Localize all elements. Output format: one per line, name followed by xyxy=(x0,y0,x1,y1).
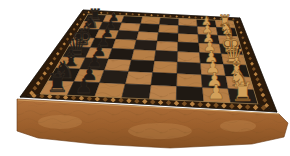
square-a5 xyxy=(122,84,151,99)
square-e3 xyxy=(178,42,200,53)
piece-white-rook-a1: ♜ xyxy=(231,77,254,107)
chess-board: ♜♟♟♜♞♟♟♞♝♟♟♝♚♟♟♚♛♟♟♛♝♟♟♝♞♟♟♞♜♟♟♜ xyxy=(0,0,290,156)
square-g5 xyxy=(139,24,160,33)
square-map-print-f3 xyxy=(178,33,199,43)
square-map-print-b5 xyxy=(125,71,152,85)
square-c3 xyxy=(177,62,201,75)
square-map-print-f5 xyxy=(136,32,158,42)
square-map-print-b3 xyxy=(177,74,203,88)
piece-white-pawn-a2: ♟ xyxy=(207,80,225,104)
square-map-print-h3 xyxy=(178,18,197,26)
piece-black-rook-a8: ♜ xyxy=(46,68,69,98)
square-d6 xyxy=(108,49,134,60)
square-map-print-c4 xyxy=(153,61,178,74)
square-h6 xyxy=(122,16,143,24)
square-map-print-e6 xyxy=(112,39,136,49)
square-f4 xyxy=(157,33,178,43)
square-b4 xyxy=(151,73,177,87)
square-map-print-g6 xyxy=(119,23,141,32)
square-map-print-a6 xyxy=(95,83,126,98)
piece-black-pawn-a7: ♟ xyxy=(75,74,93,98)
square-h4 xyxy=(160,18,179,26)
square-map-print-e4 xyxy=(156,41,178,52)
square-map-print-d5 xyxy=(131,50,155,62)
square-c5 xyxy=(129,60,155,73)
square-g3 xyxy=(178,26,198,35)
square-f6 xyxy=(116,31,139,40)
square-a3 xyxy=(176,86,203,101)
square-map-print-c6 xyxy=(104,59,131,72)
square-map-print-d3 xyxy=(177,52,200,64)
square-b6 xyxy=(100,70,129,84)
square-map-print-a4 xyxy=(149,85,177,100)
square-e5 xyxy=(134,40,157,51)
square-d4 xyxy=(154,51,177,63)
chess-set-photo: ♜♟♟♜♞♟♟♞♝♟♟♝♚♟♟♚♛♟♟♛♝♟♟♝♞♟♟♞♜♟♟♜ xyxy=(0,0,290,156)
square-map-print-g4 xyxy=(158,25,178,34)
square-map-print-h5 xyxy=(141,17,161,25)
